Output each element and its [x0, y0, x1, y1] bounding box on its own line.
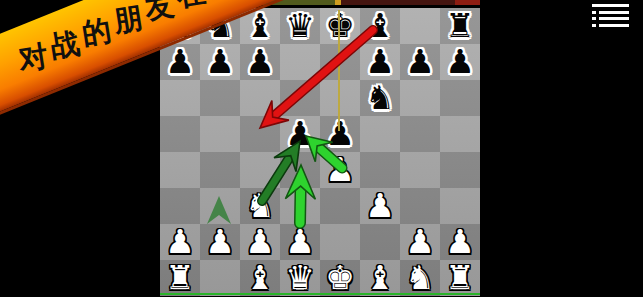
square-g3[interactable]: [400, 188, 440, 224]
square-f6[interactable]: [360, 80, 400, 116]
menu-icon-line: [592, 11, 629, 14]
square-a6[interactable]: [160, 80, 200, 116]
square-h8[interactable]: [440, 8, 480, 44]
square-a5[interactable]: [160, 116, 200, 152]
menu-icon-line: [592, 4, 629, 7]
square-g5[interactable]: [400, 116, 440, 152]
square-c1[interactable]: [240, 260, 280, 296]
square-e7[interactable]: [320, 44, 360, 80]
square-c4[interactable]: [240, 152, 280, 188]
square-h6[interactable]: [440, 80, 480, 116]
square-g6[interactable]: [400, 80, 440, 116]
menu-icon-line: [592, 24, 629, 27]
menu-icon-line: [592, 17, 629, 20]
square-f2[interactable]: [360, 224, 400, 260]
white-status-bar: [160, 293, 480, 295]
square-h3[interactable]: [440, 188, 480, 224]
square-e2[interactable]: [320, 224, 360, 260]
square-e8[interactable]: [320, 8, 360, 44]
square-b2[interactable]: [200, 224, 240, 260]
square-g2[interactable]: [400, 224, 440, 260]
square-a3[interactable]: [160, 188, 200, 224]
square-e6[interactable]: [320, 80, 360, 116]
square-h2[interactable]: [440, 224, 480, 260]
square-f7[interactable]: [360, 44, 400, 80]
square-h1[interactable]: [440, 260, 480, 296]
square-b5[interactable]: [200, 116, 240, 152]
square-e4[interactable]: [320, 152, 360, 188]
square-c2[interactable]: [240, 224, 280, 260]
square-b7[interactable]: [200, 44, 240, 80]
square-g4[interactable]: [400, 152, 440, 188]
square-d5[interactable]: [280, 116, 320, 152]
square-a4[interactable]: [160, 152, 200, 188]
square-c3[interactable]: [240, 188, 280, 224]
square-b1[interactable]: [200, 260, 240, 296]
square-f4[interactable]: [360, 152, 400, 188]
square-e5[interactable]: [320, 116, 360, 152]
square-e1[interactable]: [320, 260, 360, 296]
square-h4[interactable]: [440, 152, 480, 188]
square-h7[interactable]: [440, 44, 480, 80]
square-f5[interactable]: [360, 116, 400, 152]
square-g1[interactable]: [400, 260, 440, 296]
square-b6[interactable]: [200, 80, 240, 116]
square-b3[interactable]: [200, 188, 240, 224]
square-d3[interactable]: [280, 188, 320, 224]
square-f8[interactable]: [360, 8, 400, 44]
chess-board[interactable]: [160, 8, 480, 296]
square-b4[interactable]: [200, 152, 240, 188]
square-h5[interactable]: [440, 116, 480, 152]
square-d4[interactable]: [280, 152, 320, 188]
square-f3[interactable]: [360, 188, 400, 224]
square-d6[interactable]: [280, 80, 320, 116]
menu-icon[interactable]: [592, 4, 629, 29]
square-c6[interactable]: [240, 80, 280, 116]
square-c5[interactable]: [240, 116, 280, 152]
square-d7[interactable]: [280, 44, 320, 80]
square-e3[interactable]: [320, 188, 360, 224]
square-d8[interactable]: [280, 8, 320, 44]
square-g7[interactable]: [400, 44, 440, 80]
square-d2[interactable]: [280, 224, 320, 260]
square-d1[interactable]: [280, 260, 320, 296]
square-g8[interactable]: [400, 8, 440, 44]
square-c7[interactable]: [240, 44, 280, 80]
square-a2[interactable]: [160, 224, 200, 260]
chess-app-screen: ♜♞♝♛♚♝♜♟♟♟♟♟♟♞♟♟♟♞♟♟♟♟♟♟♟♜♝♛♚♝♞♜ 对战的朋友在线: [0, 0, 643, 297]
square-a1[interactable]: [160, 260, 200, 296]
square-f1[interactable]: [360, 260, 400, 296]
square-a7[interactable]: [160, 44, 200, 80]
